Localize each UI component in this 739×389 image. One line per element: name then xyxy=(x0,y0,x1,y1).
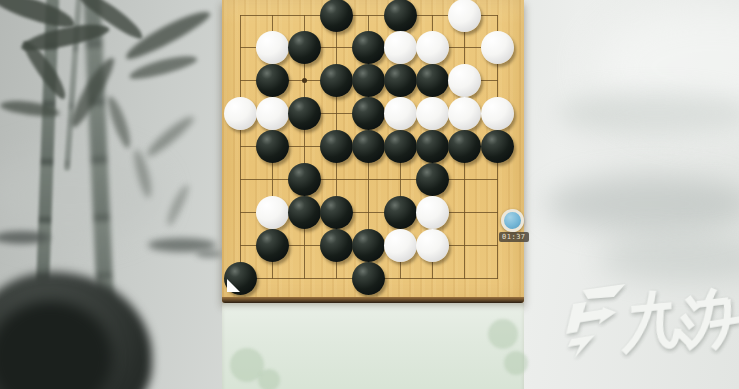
watermark-logo: 九游 xyxy=(558,282,739,368)
stone-white xyxy=(256,31,289,64)
stone-white xyxy=(416,31,449,64)
bamboo-leaf xyxy=(104,94,134,150)
turn-indicator-blue-stone-icon xyxy=(501,209,524,232)
stone-black xyxy=(288,31,321,64)
stone-black xyxy=(384,0,417,32)
stone-black xyxy=(320,196,353,229)
star-point xyxy=(302,78,307,83)
stone-white xyxy=(448,0,481,32)
stone-black xyxy=(288,97,321,130)
stone-black xyxy=(288,196,321,229)
stone-white xyxy=(256,97,289,130)
go-board xyxy=(222,0,524,303)
bamboo-leaf xyxy=(163,182,191,227)
go-board-grid[interactable] xyxy=(240,15,497,278)
stone-black xyxy=(352,97,385,130)
stone-white xyxy=(224,97,257,130)
stone-black xyxy=(256,64,289,97)
stone-white xyxy=(448,64,481,97)
bubble-decoration xyxy=(488,319,518,349)
stone-black xyxy=(256,130,289,163)
bubble-decoration xyxy=(504,351,528,375)
stone-black xyxy=(416,163,449,196)
stone-white xyxy=(448,97,481,130)
logo-graphic-icon xyxy=(558,282,739,368)
stone-black xyxy=(352,229,385,262)
stone-black xyxy=(352,130,385,163)
stone-white xyxy=(256,196,289,229)
stone-white xyxy=(416,229,449,262)
stone-black xyxy=(256,229,289,262)
mist-band xyxy=(545,175,739,233)
app-screen: 01:37 九游 xyxy=(0,0,739,389)
bamboo-leaf xyxy=(143,112,197,160)
stone-black xyxy=(320,130,353,163)
stone-black xyxy=(224,262,257,295)
grid-line xyxy=(240,179,498,180)
stone-black xyxy=(352,262,385,295)
mist-band xyxy=(598,236,739,282)
stone-white xyxy=(384,97,417,130)
stone-white xyxy=(384,229,417,262)
stone-white xyxy=(481,97,514,130)
stone-black xyxy=(320,229,353,262)
stone-black xyxy=(352,31,385,64)
stone-black xyxy=(416,130,449,163)
mist-bloom xyxy=(592,2,739,132)
bubble-decoration xyxy=(258,369,280,389)
stone-white xyxy=(481,31,514,64)
stone-white xyxy=(416,97,449,130)
timer-badge: 01:37 xyxy=(499,232,529,242)
last-move-marker xyxy=(227,279,240,292)
mist-band xyxy=(556,92,739,134)
stone-black xyxy=(288,163,321,196)
stone-black xyxy=(320,64,353,97)
stone-black xyxy=(448,130,481,163)
stone-black xyxy=(384,196,417,229)
stone-white xyxy=(416,196,449,229)
distant-rock xyxy=(196,250,222,258)
stone-black xyxy=(481,130,514,163)
stone-white xyxy=(384,31,417,64)
stone-black xyxy=(320,0,353,32)
board-tray xyxy=(222,303,524,389)
stone-black xyxy=(384,64,417,97)
stone-black xyxy=(352,64,385,97)
stone-black xyxy=(384,130,417,163)
stone-black xyxy=(416,64,449,97)
